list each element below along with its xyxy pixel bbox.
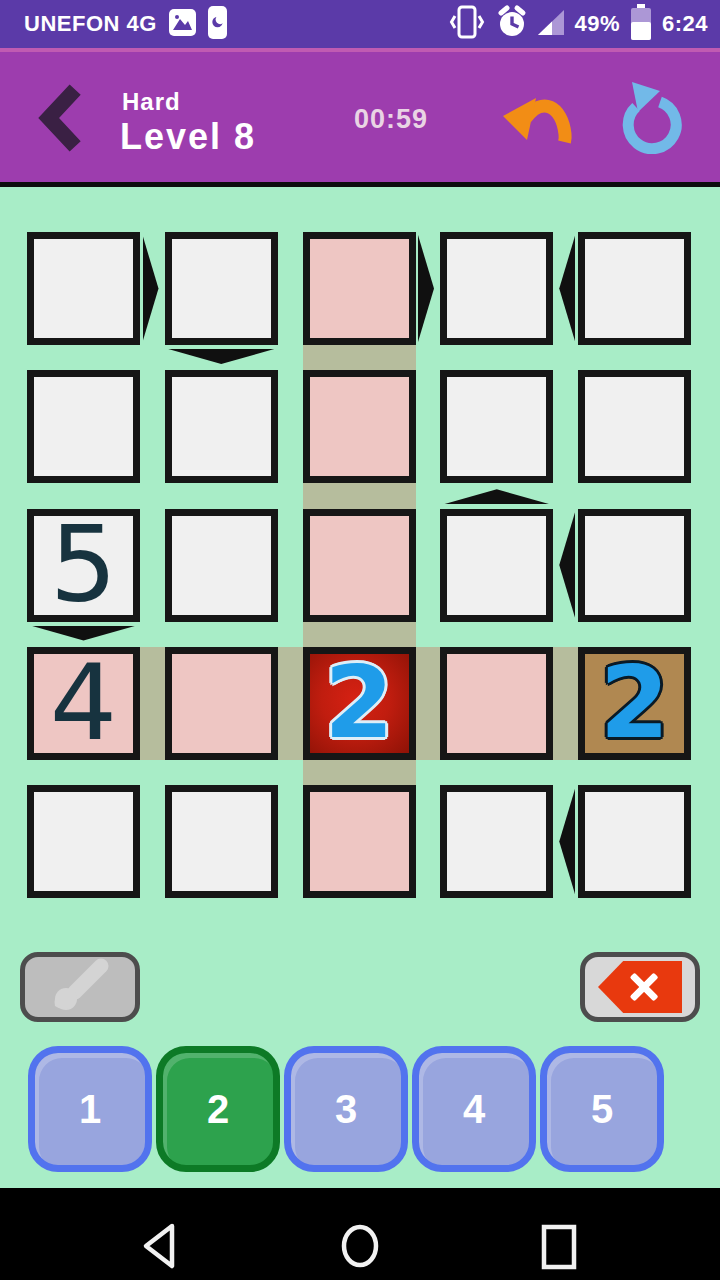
- game-area: 5422 12345: [0, 187, 720, 1188]
- difficulty-label: Hard: [122, 88, 181, 116]
- inequality-left-marker: [559, 512, 575, 619]
- back-button[interactable]: [34, 82, 86, 154]
- cell-r5c4[interactable]: [440, 785, 553, 898]
- inequality-left-marker: [559, 235, 575, 342]
- cell-r1c4[interactable]: [440, 232, 553, 345]
- cell-r1c5[interactable]: [578, 232, 691, 345]
- restart-icon: [622, 140, 682, 157]
- restart-button[interactable]: [622, 80, 682, 154]
- cell-value: 4: [50, 650, 117, 756]
- highlight-gap: [303, 483, 416, 508]
- cell-r4c5[interactable]: 2: [578, 647, 691, 760]
- brush-icon: [43, 956, 117, 1018]
- numpad-button-3[interactable]: 3: [284, 1046, 408, 1172]
- android-nav-bar: [0, 1188, 720, 1280]
- highlight-gap: [553, 647, 578, 760]
- cell-r5c2[interactable]: [165, 785, 278, 898]
- cell-r1c3[interactable]: [303, 232, 416, 345]
- numpad-button-4[interactable]: 4: [412, 1046, 536, 1172]
- cell-r2c1[interactable]: [27, 370, 140, 483]
- cell-r4c4[interactable]: [440, 647, 553, 760]
- inequality-down-marker: [168, 349, 274, 364]
- cell-r2c2[interactable]: [165, 370, 278, 483]
- backspace-icon: [598, 961, 682, 1013]
- number-pad: 12345: [28, 1046, 664, 1172]
- highlight-gap: [303, 622, 416, 647]
- back-chevron-icon: [34, 140, 86, 157]
- pencil-brush-button[interactable]: [20, 952, 140, 1022]
- cell-r3c2[interactable]: [165, 509, 278, 622]
- cell-r3c4[interactable]: [440, 509, 553, 622]
- undo-button[interactable]: [500, 94, 576, 152]
- numpad-button-5[interactable]: 5: [540, 1046, 664, 1172]
- cell-r5c5[interactable]: [578, 785, 691, 898]
- timer-label: 00:59: [354, 104, 428, 135]
- numpad-button-2[interactable]: 2: [156, 1046, 280, 1172]
- numpad-button-1[interactable]: 1: [28, 1046, 152, 1172]
- alarm-icon: [496, 4, 528, 44]
- android-back-icon[interactable]: [138, 1222, 182, 1274]
- screen: UNEFON 4G 49% 6:24: [0, 0, 720, 1280]
- signal-icon: [538, 10, 564, 39]
- highlight-gap: [416, 647, 441, 760]
- cell-r4c1[interactable]: 4: [27, 647, 140, 760]
- undo-icon: [500, 138, 576, 155]
- cell-r5c1[interactable]: [27, 785, 140, 898]
- level-title: Level 8: [120, 116, 256, 158]
- battery-icon: [630, 4, 652, 45]
- carrier-label: UNEFON 4G: [24, 11, 157, 37]
- cell-r4c2[interactable]: [165, 647, 278, 760]
- inequality-up-marker: [444, 489, 550, 504]
- cell-value: 2: [324, 653, 394, 753]
- app-bar: Hard Level 8 00:59: [0, 52, 720, 182]
- highlight-gap: [303, 760, 416, 785]
- cell-r3c3[interactable]: [303, 509, 416, 622]
- vibrate-icon: [448, 2, 486, 46]
- cell-r5c3[interactable]: [303, 785, 416, 898]
- clock-label: 6:24: [662, 11, 708, 37]
- cell-r3c5[interactable]: [578, 509, 691, 622]
- battery-percent-label: 49%: [574, 11, 620, 37]
- cell-r1c1[interactable]: [27, 232, 140, 345]
- inequality-left-marker: [559, 788, 575, 895]
- highlight-gap: [140, 647, 165, 760]
- inequality-down-marker: [31, 626, 137, 641]
- status-bar: UNEFON 4G 49% 6:24: [0, 0, 720, 48]
- gallery-icon: [169, 9, 196, 40]
- android-recents-icon[interactable]: [540, 1224, 580, 1274]
- dnd-phone-icon: [208, 6, 227, 43]
- cell-r4c3[interactable]: 2: [303, 647, 416, 760]
- erase-button[interactable]: [580, 952, 700, 1022]
- cell-r2c4[interactable]: [440, 370, 553, 483]
- android-home-icon[interactable]: [338, 1222, 382, 1274]
- cell-r3c1[interactable]: 5: [27, 509, 140, 622]
- inequality-right-marker: [418, 235, 434, 342]
- highlight-gap: [303, 345, 416, 370]
- cell-r2c3[interactable]: [303, 370, 416, 483]
- cell-value: 5: [50, 512, 117, 618]
- cell-value: 2: [600, 653, 670, 753]
- cell-r2c5[interactable]: [578, 370, 691, 483]
- highlight-gap: [278, 647, 303, 760]
- futoshiki-board: 5422: [27, 232, 693, 899]
- inequality-right-marker: [143, 235, 159, 342]
- cell-r1c2[interactable]: [165, 232, 278, 345]
